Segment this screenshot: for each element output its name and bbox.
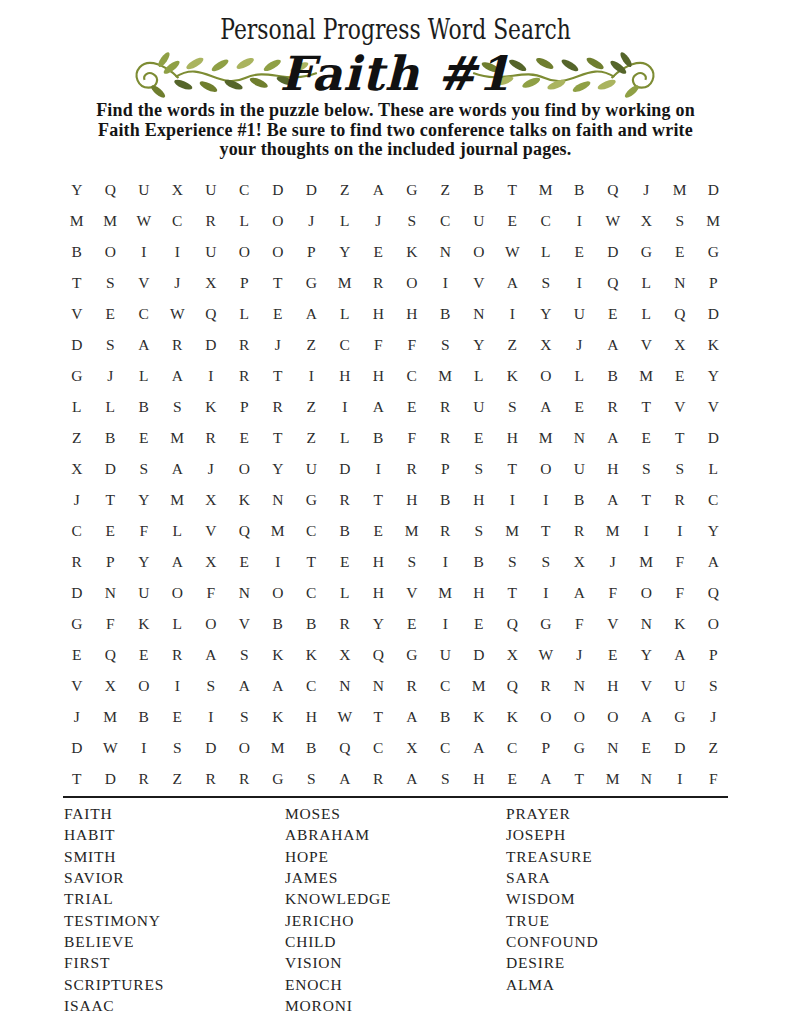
grid-cell-r6c6[interactable]: R [228,329,262,360]
grid-cell-r19c8[interactable]: B [295,732,329,763]
grid-cell-r12c7[interactable]: M [261,515,295,546]
grid-cell-r14c18[interactable]: O [630,577,664,608]
grid-cell-r20c19[interactable]: I [663,763,697,794]
grid-cell-r17c9[interactable]: N [328,670,362,701]
grid-cell-r13c9[interactable]: E [328,546,362,577]
grid-cell-r5c5[interactable]: Q [194,298,228,329]
grid-cell-r9c6[interactable]: E [228,422,262,453]
grid-cell-r8c9[interactable]: I [328,391,362,422]
grid-cell-r8c2[interactable]: L [94,391,128,422]
grid-cell-r16c17[interactable]: E [596,639,630,670]
grid-cell-r16c2[interactable]: Q [94,639,128,670]
grid-cell-r12c2[interactable]: E [94,515,128,546]
grid-cell-r7c4[interactable]: A [161,360,195,391]
grid-cell-r11c11[interactable]: H [395,484,429,515]
grid-cell-r15c12[interactable]: I [429,608,463,639]
grid-cell-r10c18[interactable]: S [630,453,664,484]
grid-cell-r18c3[interactable]: B [127,701,161,732]
grid-cell-r20c3[interactable]: R [127,763,161,794]
grid-cell-r19c4[interactable]: S [161,732,195,763]
grid-cell-r16c18[interactable]: Y [630,639,664,670]
grid-cell-r17c3[interactable]: O [127,670,161,701]
grid-cell-r6c13[interactable]: Y [462,329,496,360]
grid-cell-r5c3[interactable]: C [127,298,161,329]
grid-cell-r13c19[interactable]: F [663,546,697,577]
grid-cell-r12c19[interactable]: I [663,515,697,546]
grid-cell-r15c2[interactable]: F [94,608,128,639]
grid-cell-r4c19[interactable]: N [663,267,697,298]
grid-cell-r10c8[interactable]: U [295,453,329,484]
grid-cell-r16c11[interactable]: G [395,639,429,670]
grid-cell-r3c5[interactable]: U [194,236,228,267]
grid-cell-r4c2[interactable]: S [94,267,128,298]
grid-cell-r7c8[interactable]: I [295,360,329,391]
grid-cell-r5c4[interactable]: W [161,298,195,329]
grid-cell-r11c8[interactable]: G [295,484,329,515]
grid-cell-r18c1[interactable]: J [60,701,94,732]
grid-cell-r13c11[interactable]: S [395,546,429,577]
grid-cell-r18c9[interactable]: W [328,701,362,732]
grid-cell-r7c5[interactable]: I [194,360,228,391]
grid-cell-r7c13[interactable]: L [462,360,496,391]
grid-cell-r5c18[interactable]: L [630,298,664,329]
grid-cell-r1c20[interactable]: D [697,174,731,205]
grid-cell-r3c3[interactable]: I [127,236,161,267]
grid-cell-r6c3[interactable]: A [127,329,161,360]
grid-cell-r10c4[interactable]: A [161,453,195,484]
grid-cell-r4c20[interactable]: P [697,267,731,298]
grid-cell-r18c17[interactable]: O [596,701,630,732]
grid-cell-r7c19[interactable]: E [663,360,697,391]
grid-cell-r16c4[interactable]: R [161,639,195,670]
grid-cell-r19c19[interactable]: D [663,732,697,763]
grid-cell-r6c9[interactable]: C [328,329,362,360]
grid-cell-r13c6[interactable]: E [228,546,262,577]
grid-cell-r8c6[interactable]: P [228,391,262,422]
grid-cell-r10c1[interactable]: X [60,453,94,484]
grid-cell-r20c17[interactable]: M [596,763,630,794]
grid-cell-r3c10[interactable]: E [362,236,396,267]
grid-cell-r8c1[interactable]: L [60,391,94,422]
grid-cell-r18c19[interactable]: G [663,701,697,732]
grid-cell-r16c9[interactable]: X [328,639,362,670]
grid-cell-r15c8[interactable]: B [295,608,329,639]
grid-cell-r11c3[interactable]: Y [127,484,161,515]
grid-cell-r6c18[interactable]: V [630,329,664,360]
grid-cell-r14c5[interactable]: F [194,577,228,608]
grid-cell-r18c5[interactable]: I [194,701,228,732]
grid-cell-r19c1[interactable]: D [60,732,94,763]
grid-cell-r19c10[interactable]: C [362,732,396,763]
grid-cell-r7c12[interactable]: M [429,360,463,391]
grid-cell-r19c20[interactable]: Z [697,732,731,763]
grid-cell-r18c20[interactable]: J [697,701,731,732]
grid-cell-r15c14[interactable]: Q [496,608,530,639]
grid-cell-r17c11[interactable]: R [395,670,429,701]
grid-cell-r19c9[interactable]: Q [328,732,362,763]
grid-cell-r9c19[interactable]: T [663,422,697,453]
grid-cell-r3c4[interactable]: I [161,236,195,267]
grid-cell-r1c15[interactable]: M [529,174,563,205]
grid-cell-r2c17[interactable]: W [596,205,630,236]
grid-cell-r16c20[interactable]: P [697,639,731,670]
grid-cell-r16c10[interactable]: Q [362,639,396,670]
grid-cell-r13c13[interactable]: B [462,546,496,577]
grid-cell-r13c5[interactable]: X [194,546,228,577]
grid-cell-r17c15[interactable]: R [529,670,563,701]
grid-cell-r16c16[interactable]: J [563,639,597,670]
grid-cell-r13c7[interactable]: I [261,546,295,577]
grid-cell-r14c7[interactable]: O [261,577,295,608]
grid-cell-r13c12[interactable]: I [429,546,463,577]
grid-cell-r4c6[interactable]: P [228,267,262,298]
grid-cell-r20c11[interactable]: A [395,763,429,794]
grid-cell-r6c17[interactable]: A [596,329,630,360]
grid-cell-r1c6[interactable]: C [228,174,262,205]
grid-cell-r19c11[interactable]: X [395,732,429,763]
grid-cell-r6c19[interactable]: X [663,329,697,360]
grid-cell-r1c14[interactable]: T [496,174,530,205]
grid-cell-r5c13[interactable]: N [462,298,496,329]
grid-cell-r10c13[interactable]: S [462,453,496,484]
grid-cell-r19c18[interactable]: E [630,732,664,763]
grid-cell-r9c8[interactable]: Z [295,422,329,453]
grid-cell-r8c17[interactable]: R [596,391,630,422]
grid-cell-r17c17[interactable]: H [596,670,630,701]
grid-cell-r4c5[interactable]: X [194,267,228,298]
grid-cell-r19c5[interactable]: D [194,732,228,763]
grid-cell-r1c1[interactable]: Y [60,174,94,205]
grid-cell-r8c12[interactable]: R [429,391,463,422]
grid-cell-r16c15[interactable]: W [529,639,563,670]
grid-cell-r20c12[interactable]: S [429,763,463,794]
grid-cell-r20c8[interactable]: S [295,763,329,794]
grid-cell-r13c4[interactable]: A [161,546,195,577]
grid-cell-r3c18[interactable]: G [630,236,664,267]
grid-cell-r10c3[interactable]: S [127,453,161,484]
grid-cell-r9c18[interactable]: E [630,422,664,453]
grid-cell-r15c4[interactable]: L [161,608,195,639]
grid-cell-r10c12[interactable]: P [429,453,463,484]
grid-cell-r6c5[interactable]: D [194,329,228,360]
grid-cell-r12c9[interactable]: B [328,515,362,546]
grid-cell-r5c6[interactable]: L [228,298,262,329]
grid-cell-r16c13[interactable]: D [462,639,496,670]
grid-cell-r6c20[interactable]: K [697,329,731,360]
grid-cell-r1c19[interactable]: M [663,174,697,205]
grid-cell-r15c10[interactable]: Y [362,608,396,639]
grid-cell-r9c5[interactable]: R [194,422,228,453]
grid-cell-r6c15[interactable]: X [529,329,563,360]
grid-cell-r9c17[interactable]: A [596,422,630,453]
grid-cell-r17c12[interactable]: C [429,670,463,701]
grid-cell-r3c12[interactable]: N [429,236,463,267]
grid-cell-r12c17[interactable]: M [596,515,630,546]
grid-cell-r2c6[interactable]: L [228,205,262,236]
grid-cell-r7c1[interactable]: G [60,360,94,391]
grid-cell-r9c3[interactable]: E [127,422,161,453]
grid-cell-r14c3[interactable]: U [127,577,161,608]
grid-cell-r3c8[interactable]: P [295,236,329,267]
grid-cell-r15c9[interactable]: R [328,608,362,639]
grid-cell-r18c7[interactable]: K [261,701,295,732]
grid-cell-r13c10[interactable]: H [362,546,396,577]
grid-cell-r18c15[interactable]: O [529,701,563,732]
grid-cell-r2c16[interactable]: I [563,205,597,236]
grid-cell-r19c17[interactable]: N [596,732,630,763]
grid-cell-r3c11[interactable]: K [395,236,429,267]
grid-cell-r2c12[interactable]: C [429,205,463,236]
grid-cell-r2c4[interactable]: C [161,205,195,236]
grid-cell-r12c11[interactable]: M [395,515,429,546]
grid-cell-r1c8[interactable]: D [295,174,329,205]
grid-cell-r11c16[interactable]: B [563,484,597,515]
grid-cell-r14c10[interactable]: H [362,577,396,608]
grid-cell-r19c13[interactable]: A [462,732,496,763]
grid-cell-r11c13[interactable]: H [462,484,496,515]
grid-cell-r20c9[interactable]: A [328,763,362,794]
grid-cell-r18c8[interactable]: H [295,701,329,732]
grid-cell-r12c16[interactable]: R [563,515,597,546]
grid-cell-r11c4[interactable]: M [161,484,195,515]
grid-cell-r15c19[interactable]: K [663,608,697,639]
grid-cell-r8c7[interactable]: R [261,391,295,422]
grid-cell-r3c1[interactable]: B [60,236,94,267]
grid-cell-r7c11[interactable]: C [395,360,429,391]
grid-cell-r8c20[interactable]: V [697,391,731,422]
grid-cell-r9c1[interactable]: Z [60,422,94,453]
grid-cell-r5c1[interactable]: V [60,298,94,329]
grid-cell-r1c13[interactable]: B [462,174,496,205]
grid-cell-r20c20[interactable]: F [697,763,731,794]
grid-cell-r4c18[interactable]: L [630,267,664,298]
grid-cell-r16c19[interactable]: A [663,639,697,670]
grid-cell-r13c3[interactable]: Y [127,546,161,577]
grid-cell-r7c2[interactable]: J [94,360,128,391]
grid-cell-r19c16[interactable]: G [563,732,597,763]
grid-cell-r17c16[interactable]: N [563,670,597,701]
grid-cell-r10c9[interactable]: D [328,453,362,484]
grid-cell-r10c11[interactable]: R [395,453,429,484]
grid-cell-r17c18[interactable]: V [630,670,664,701]
grid-cell-r10c5[interactable]: J [194,453,228,484]
grid-cell-r13c8[interactable]: T [295,546,329,577]
grid-cell-r4c3[interactable]: V [127,267,161,298]
grid-cell-r15c20[interactable]: O [697,608,731,639]
grid-cell-r20c16[interactable]: T [563,763,597,794]
grid-cell-r3c9[interactable]: Y [328,236,362,267]
grid-cell-r2c10[interactable]: J [362,205,396,236]
grid-cell-r12c12[interactable]: R [429,515,463,546]
grid-cell-r19c7[interactable]: M [261,732,295,763]
grid-cell-r14c8[interactable]: C [295,577,329,608]
grid-cell-r2c11[interactable]: S [395,205,429,236]
grid-cell-r14c20[interactable]: Q [697,577,731,608]
grid-cell-r20c6[interactable]: R [228,763,262,794]
grid-cell-r6c2[interactable]: S [94,329,128,360]
grid-cell-r14c13[interactable]: H [462,577,496,608]
grid-cell-r15c3[interactable]: K [127,608,161,639]
grid-cell-r1c17[interactable]: Q [596,174,630,205]
grid-cell-r6c7[interactable]: J [261,329,295,360]
grid-cell-r19c6[interactable]: O [228,732,262,763]
grid-cell-r9c9[interactable]: L [328,422,362,453]
grid-cell-r14c12[interactable]: M [429,577,463,608]
grid-cell-r13c15[interactable]: S [529,546,563,577]
grid-cell-r2c1[interactable]: M [60,205,94,236]
grid-cell-r8c8[interactable]: Z [295,391,329,422]
grid-cell-r2c3[interactable]: W [127,205,161,236]
grid-cell-r7c15[interactable]: O [529,360,563,391]
grid-cell-r13c16[interactable]: X [563,546,597,577]
grid-cell-r7c14[interactable]: K [496,360,530,391]
grid-cell-r8c10[interactable]: A [362,391,396,422]
grid-cell-r16c14[interactable]: X [496,639,530,670]
grid-cell-r8c4[interactable]: S [161,391,195,422]
grid-cell-r3c7[interactable]: O [261,236,295,267]
grid-cell-r5c2[interactable]: E [94,298,128,329]
grid-cell-r2c19[interactable]: S [663,205,697,236]
grid-cell-r3c2[interactable]: O [94,236,128,267]
grid-cell-r12c8[interactable]: C [295,515,329,546]
grid-cell-r13c17[interactable]: J [596,546,630,577]
grid-cell-r18c10[interactable]: T [362,701,396,732]
grid-cell-r11c20[interactable]: C [697,484,731,515]
grid-cell-r9c11[interactable]: F [395,422,429,453]
grid-cell-r3c20[interactable]: G [697,236,731,267]
grid-cell-r10c10[interactable]: I [362,453,396,484]
grid-cell-r3c13[interactable]: O [462,236,496,267]
grid-cell-r12c18[interactable]: I [630,515,664,546]
grid-cell-r19c3[interactable]: I [127,732,161,763]
grid-cell-r2c15[interactable]: C [529,205,563,236]
grid-cell-r4c12[interactable]: I [429,267,463,298]
grid-cell-r13c14[interactable]: S [496,546,530,577]
grid-cell-r16c12[interactable]: U [429,639,463,670]
grid-cell-r11c9[interactable]: R [328,484,362,515]
grid-cell-r15c13[interactable]: E [462,608,496,639]
grid-cell-r6c16[interactable]: J [563,329,597,360]
grid-cell-r12c3[interactable]: F [127,515,161,546]
grid-cell-r8c14[interactable]: S [496,391,530,422]
grid-cell-r17c19[interactable]: U [663,670,697,701]
grid-cell-r12c20[interactable]: Y [697,515,731,546]
grid-cell-r13c18[interactable]: M [630,546,664,577]
grid-cell-r1c12[interactable]: Z [429,174,463,205]
grid-cell-r14c11[interactable]: V [395,577,429,608]
grid-cell-r9c12[interactable]: R [429,422,463,453]
grid-cell-r14c6[interactable]: N [228,577,262,608]
grid-cell-r1c3[interactable]: U [127,174,161,205]
grid-cell-r8c15[interactable]: A [529,391,563,422]
grid-cell-r7c7[interactable]: T [261,360,295,391]
grid-cell-r20c14[interactable]: E [496,763,530,794]
grid-cell-r5c19[interactable]: Q [663,298,697,329]
grid-cell-r4c11[interactable]: O [395,267,429,298]
grid-cell-r10c7[interactable]: Y [261,453,295,484]
grid-cell-r2c20[interactable]: M [697,205,731,236]
grid-cell-r5c14[interactable]: I [496,298,530,329]
grid-cell-r18c6[interactable]: S [228,701,262,732]
grid-cell-r9c15[interactable]: M [529,422,563,453]
grid-cell-r8c11[interactable]: E [395,391,429,422]
grid-cell-r17c1[interactable]: V [60,670,94,701]
grid-cell-r8c16[interactable]: E [563,391,597,422]
grid-cell-r17c6[interactable]: A [228,670,262,701]
grid-cell-r20c5[interactable]: R [194,763,228,794]
grid-cell-r11c6[interactable]: K [228,484,262,515]
grid-cell-r2c7[interactable]: O [261,205,295,236]
grid-cell-r18c4[interactable]: E [161,701,195,732]
grid-cell-r19c15[interactable]: P [529,732,563,763]
grid-cell-r3c16[interactable]: E [563,236,597,267]
grid-cell-r9c10[interactable]: B [362,422,396,453]
grid-cell-r14c1[interactable]: D [60,577,94,608]
grid-cell-r16c6[interactable]: S [228,639,262,670]
grid-cell-r2c2[interactable]: M [94,205,128,236]
grid-cell-r18c11[interactable]: A [395,701,429,732]
grid-cell-r6c1[interactable]: D [60,329,94,360]
grid-cell-r1c7[interactable]: D [261,174,295,205]
grid-cell-r11c17[interactable]: A [596,484,630,515]
grid-cell-r5c17[interactable]: E [596,298,630,329]
grid-cell-r5c16[interactable]: U [563,298,597,329]
grid-cell-r7c20[interactable]: Y [697,360,731,391]
grid-cell-r2c5[interactable]: R [194,205,228,236]
grid-cell-r3c6[interactable]: O [228,236,262,267]
grid-cell-r11c2[interactable]: T [94,484,128,515]
grid-cell-r7c16[interactable]: L [563,360,597,391]
grid-cell-r3c19[interactable]: E [663,236,697,267]
grid-cell-r17c7[interactable]: A [261,670,295,701]
grid-cell-r1c9[interactable]: Z [328,174,362,205]
grid-cell-r4c8[interactable]: G [295,267,329,298]
grid-cell-r14c15[interactable]: I [529,577,563,608]
grid-cell-r4c10[interactable]: R [362,267,396,298]
grid-cell-r1c18[interactable]: J [630,174,664,205]
grid-cell-r19c12[interactable]: C [429,732,463,763]
grid-cell-r12c15[interactable]: T [529,515,563,546]
grid-cell-r15c5[interactable]: O [194,608,228,639]
grid-cell-r4c14[interactable]: A [496,267,530,298]
grid-cell-r6c10[interactable]: F [362,329,396,360]
grid-cell-r16c8[interactable]: K [295,639,329,670]
grid-cell-r9c2[interactable]: B [94,422,128,453]
grid-cell-r20c13[interactable]: H [462,763,496,794]
grid-cell-r10c2[interactable]: D [94,453,128,484]
grid-cell-r12c10[interactable]: E [362,515,396,546]
grid-cell-r11c12[interactable]: B [429,484,463,515]
grid-cell-r2c8[interactable]: J [295,205,329,236]
grid-cell-r11c19[interactable]: R [663,484,697,515]
grid-cell-r17c5[interactable]: S [194,670,228,701]
grid-cell-r10c6[interactable]: O [228,453,262,484]
grid-cell-r17c2[interactable]: X [94,670,128,701]
grid-cell-r13c2[interactable]: P [94,546,128,577]
grid-cell-r6c12[interactable]: S [429,329,463,360]
grid-cell-r14c16[interactable]: A [563,577,597,608]
grid-cell-r10c14[interactable]: T [496,453,530,484]
grid-cell-r11c18[interactable]: T [630,484,664,515]
grid-cell-r5c20[interactable]: D [697,298,731,329]
grid-cell-r11c10[interactable]: T [362,484,396,515]
grid-cell-r16c5[interactable]: A [194,639,228,670]
grid-cell-r9c16[interactable]: N [563,422,597,453]
grid-cell-r1c11[interactable]: G [395,174,429,205]
grid-cell-r1c4[interactable]: X [161,174,195,205]
grid-cell-r8c3[interactable]: B [127,391,161,422]
grid-cell-r5c10[interactable]: H [362,298,396,329]
